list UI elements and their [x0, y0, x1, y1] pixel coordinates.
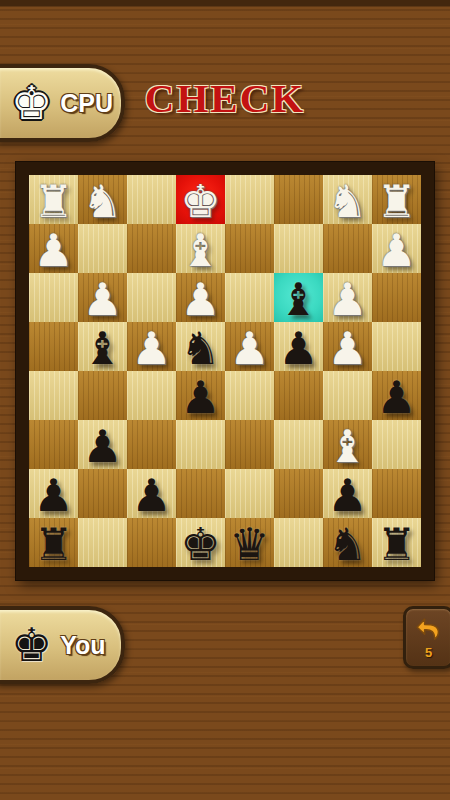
square-f2[interactable] — [127, 224, 176, 273]
square-a8[interactable]: ♜ — [372, 518, 421, 567]
square-h3[interactable] — [29, 273, 78, 322]
square-h7[interactable]: ♟ — [29, 469, 78, 518]
square-h2[interactable]: ♟ — [29, 224, 78, 273]
black-rook: ♜ — [372, 521, 421, 568]
square-b1[interactable]: ♞ — [323, 175, 372, 224]
square-e8[interactable]: ♚ — [176, 518, 225, 567]
square-g8[interactable] — [78, 518, 127, 567]
white-pawn: ♟ — [323, 325, 372, 372]
black-pawn: ♟ — [274, 325, 323, 372]
square-g5[interactable] — [78, 371, 127, 420]
square-f7[interactable]: ♟ — [127, 469, 176, 518]
square-d5[interactable] — [225, 371, 274, 420]
black-queen: ♛ — [225, 521, 274, 568]
black-pawn: ♟ — [29, 472, 78, 519]
square-a4[interactable] — [372, 322, 421, 371]
white-king-icon: ♚ — [11, 80, 52, 126]
undo-button[interactable]: 5 — [403, 606, 450, 669]
cpu-player-badge: ♚ CPU — [0, 64, 125, 142]
square-c8[interactable] — [274, 518, 323, 567]
square-a6[interactable] — [372, 420, 421, 469]
square-b3[interactable]: ♟ — [323, 273, 372, 322]
square-c7[interactable] — [274, 469, 323, 518]
square-g7[interactable] — [78, 469, 127, 518]
square-c3[interactable]: ♝ — [274, 273, 323, 322]
white-knight: ♞ — [323, 178, 372, 225]
square-c1[interactable] — [274, 175, 323, 224]
black-rook: ♜ — [29, 521, 78, 568]
square-f5[interactable] — [127, 371, 176, 420]
square-g4[interactable]: ♝ — [78, 322, 127, 371]
black-pawn: ♟ — [372, 374, 421, 421]
square-e5[interactable]: ♟ — [176, 371, 225, 420]
square-a2[interactable]: ♟ — [372, 224, 421, 273]
black-knight: ♞ — [323, 521, 372, 568]
black-bishop: ♝ — [78, 325, 127, 372]
square-a5[interactable]: ♟ — [372, 371, 421, 420]
square-b4[interactable]: ♟ — [323, 322, 372, 371]
square-d6[interactable] — [225, 420, 274, 469]
square-b2[interactable] — [323, 224, 372, 273]
white-pawn: ♟ — [78, 276, 127, 323]
square-e2[interactable]: ♝ — [176, 224, 225, 273]
white-pawn: ♟ — [323, 276, 372, 323]
white-king: ♚ — [176, 178, 225, 225]
square-a7[interactable] — [372, 469, 421, 518]
white-pawn: ♟ — [176, 276, 225, 323]
square-c4[interactable]: ♟ — [274, 322, 323, 371]
you-player-badge: ♚ You — [0, 606, 125, 684]
square-e3[interactable]: ♟ — [176, 273, 225, 322]
square-f3[interactable] — [127, 273, 176, 322]
square-b6[interactable]: ♝ — [323, 420, 372, 469]
square-c6[interactable] — [274, 420, 323, 469]
square-h5[interactable] — [29, 371, 78, 420]
square-h4[interactable] — [29, 322, 78, 371]
undo-arrow-icon — [414, 617, 444, 645]
square-d7[interactable] — [225, 469, 274, 518]
square-b7[interactable]: ♟ — [323, 469, 372, 518]
chess-board: ♜♞♚♞♜♟♝♟♟♟♝♟♝♟♞♟♟♟♟♟♟♝♟♟♟♜♚♛♞♜ — [29, 175, 421, 567]
square-g1[interactable]: ♞ — [78, 175, 127, 224]
square-e4[interactable]: ♞ — [176, 322, 225, 371]
square-f1[interactable] — [127, 175, 176, 224]
square-h1[interactable]: ♜ — [29, 175, 78, 224]
square-b5[interactable] — [323, 371, 372, 420]
black-pawn: ♟ — [127, 472, 176, 519]
white-rook: ♜ — [29, 178, 78, 225]
square-g6[interactable]: ♟ — [78, 420, 127, 469]
white-bishop: ♝ — [176, 227, 225, 274]
square-b8[interactable]: ♞ — [323, 518, 372, 567]
black-bishop: ♝ — [274, 276, 323, 323]
square-f4[interactable]: ♟ — [127, 322, 176, 371]
square-c5[interactable] — [274, 371, 323, 420]
square-h6[interactable] — [29, 420, 78, 469]
black-pawn: ♟ — [176, 374, 225, 421]
white-pawn: ♟ — [29, 227, 78, 274]
square-d8[interactable]: ♛ — [225, 518, 274, 567]
square-f6[interactable] — [127, 420, 176, 469]
square-h8[interactable]: ♜ — [29, 518, 78, 567]
white-pawn: ♟ — [225, 325, 274, 372]
undo-count: 5 — [425, 646, 432, 659]
white-bishop: ♝ — [323, 423, 372, 470]
white-rook: ♜ — [372, 178, 421, 225]
square-d3[interactable] — [225, 273, 274, 322]
square-a1[interactable]: ♜ — [372, 175, 421, 224]
cpu-player-label: CPU — [60, 89, 113, 118]
square-d4[interactable]: ♟ — [225, 322, 274, 371]
white-pawn: ♟ — [127, 325, 176, 372]
square-d2[interactable] — [225, 224, 274, 273]
square-g2[interactable] — [78, 224, 127, 273]
square-a3[interactable] — [372, 273, 421, 322]
square-f8[interactable] — [127, 518, 176, 567]
black-knight: ♞ — [176, 325, 225, 372]
square-e7[interactable] — [176, 469, 225, 518]
chess-board-frame: ♜♞♚♞♜♟♝♟♟♟♝♟♝♟♞♟♟♟♟♟♟♝♟♟♟♜♚♛♞♜ — [16, 162, 434, 580]
square-e1[interactable]: ♚ — [176, 175, 225, 224]
black-pawn: ♟ — [78, 423, 127, 470]
white-knight: ♞ — [78, 178, 127, 225]
white-pawn: ♟ — [372, 227, 421, 274]
you-player-label: You — [60, 631, 105, 660]
square-c2[interactable] — [274, 224, 323, 273]
black-pawn: ♟ — [323, 472, 372, 519]
square-e6[interactable] — [176, 420, 225, 469]
black-king-icon: ♚ — [11, 622, 52, 668]
square-g3[interactable]: ♟ — [78, 273, 127, 322]
black-king: ♚ — [176, 521, 225, 568]
square-d1[interactable] — [225, 175, 274, 224]
